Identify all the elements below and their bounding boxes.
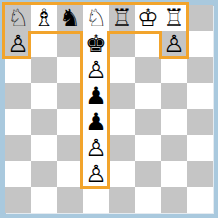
square-e1[interactable] <box>109 187 135 213</box>
square-e3[interactable] <box>109 135 135 161</box>
square-a8[interactable]: ♘ <box>5 5 31 31</box>
square-h5[interactable] <box>187 83 213 109</box>
square-f2[interactable] <box>135 161 161 187</box>
square-f4[interactable] <box>135 109 161 135</box>
white-knight[interactable]: ♘ <box>85 5 107 31</box>
white-pawn[interactable]: ♙ <box>85 57 107 83</box>
square-d3[interactable]: ♙ <box>83 135 109 161</box>
square-a3[interactable] <box>5 135 31 161</box>
square-b2[interactable] <box>31 161 57 187</box>
square-c3[interactable] <box>57 135 83 161</box>
square-d8[interactable]: ♘ <box>83 5 109 31</box>
white-pawn[interactable]: ♙ <box>85 161 107 187</box>
square-d5[interactable]: ♟ <box>83 83 109 109</box>
square-g2[interactable] <box>161 161 187 187</box>
square-a4[interactable] <box>5 109 31 135</box>
chess-board: ♘♗♞♘♖♔♖♙♚♙♙♟♟♙♙ <box>5 5 213 213</box>
white-rook[interactable]: ♖ <box>163 5 185 31</box>
square-b1[interactable] <box>31 187 57 213</box>
square-e6[interactable] <box>109 57 135 83</box>
square-c4[interactable] <box>57 109 83 135</box>
white-pawn[interactable]: ♙ <box>85 135 107 161</box>
chess-board-frame: ♘♗♞♘♖♔♖♙♚♙♙♟♟♙♙ <box>0 0 218 218</box>
square-g1[interactable] <box>161 187 187 213</box>
square-b6[interactable] <box>31 57 57 83</box>
square-c5[interactable] <box>57 83 83 109</box>
square-d4[interactable]: ♟ <box>83 109 109 135</box>
square-f6[interactable] <box>135 57 161 83</box>
square-a7[interactable]: ♙ <box>5 31 31 57</box>
square-e4[interactable] <box>109 109 135 135</box>
white-pawn[interactable]: ♙ <box>7 31 29 57</box>
square-h4[interactable] <box>187 109 213 135</box>
square-c8[interactable]: ♞ <box>57 5 83 31</box>
square-h3[interactable] <box>187 135 213 161</box>
square-f3[interactable] <box>135 135 161 161</box>
square-f7[interactable] <box>135 31 161 57</box>
square-g7[interactable]: ♙ <box>161 31 187 57</box>
square-a2[interactable] <box>5 161 31 187</box>
square-e2[interactable] <box>109 161 135 187</box>
white-bishop[interactable]: ♗ <box>33 5 55 31</box>
square-h6[interactable] <box>187 57 213 83</box>
square-h7[interactable] <box>187 31 213 57</box>
square-f5[interactable] <box>135 83 161 109</box>
square-g5[interactable] <box>161 83 187 109</box>
square-g4[interactable] <box>161 109 187 135</box>
black-king[interactable]: ♚ <box>85 31 107 57</box>
square-h2[interactable] <box>187 161 213 187</box>
square-b4[interactable] <box>31 109 57 135</box>
square-g3[interactable] <box>161 135 187 161</box>
square-h8[interactable] <box>187 5 213 31</box>
square-b8[interactable]: ♗ <box>31 5 57 31</box>
white-rook[interactable]: ♖ <box>111 5 133 31</box>
square-a5[interactable] <box>5 83 31 109</box>
square-d1[interactable] <box>83 187 109 213</box>
square-d7[interactable]: ♚ <box>83 31 109 57</box>
square-b3[interactable] <box>31 135 57 161</box>
square-e7[interactable] <box>109 31 135 57</box>
square-c7[interactable] <box>57 31 83 57</box>
square-c6[interactable] <box>57 57 83 83</box>
square-e8[interactable]: ♖ <box>109 5 135 31</box>
square-b5[interactable] <box>31 83 57 109</box>
square-c2[interactable] <box>57 161 83 187</box>
square-g6[interactable] <box>161 57 187 83</box>
square-a6[interactable] <box>5 57 31 83</box>
square-d6[interactable]: ♙ <box>83 57 109 83</box>
square-g8[interactable]: ♖ <box>161 5 187 31</box>
white-knight[interactable]: ♘ <box>7 5 29 31</box>
square-d2[interactable]: ♙ <box>83 161 109 187</box>
square-c1[interactable] <box>57 187 83 213</box>
white-pawn[interactable]: ♙ <box>163 31 185 57</box>
square-e5[interactable] <box>109 83 135 109</box>
square-f1[interactable] <box>135 187 161 213</box>
square-b7[interactable] <box>31 31 57 57</box>
white-king[interactable]: ♔ <box>137 5 159 31</box>
black-pawn[interactable]: ♟ <box>85 83 107 109</box>
black-pawn[interactable]: ♟ <box>85 109 107 135</box>
square-h1[interactable] <box>187 187 213 213</box>
square-f8[interactable]: ♔ <box>135 5 161 31</box>
square-a1[interactable] <box>5 187 31 213</box>
black-knight[interactable]: ♞ <box>59 5 81 31</box>
